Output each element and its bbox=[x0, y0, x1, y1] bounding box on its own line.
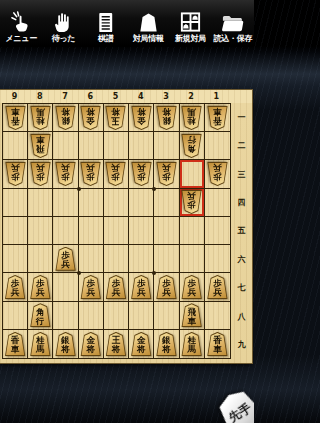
hoshi-dot bbox=[77, 187, 81, 191]
piece-kanji: 金 将 bbox=[131, 332, 152, 356]
piece-kanji: 桂 馬 bbox=[30, 106, 51, 130]
cell-43[interactable]: 歩 兵 bbox=[129, 160, 154, 188]
piece-kanji: 歩 兵 bbox=[105, 275, 126, 299]
toolbar-item-new-game[interactable]: 新規対局 bbox=[169, 0, 211, 46]
piece-kanji: 王 将 bbox=[105, 332, 126, 356]
file-label-5: 5 bbox=[103, 90, 128, 103]
gote-pawn[interactable]: 歩 兵 bbox=[131, 162, 152, 186]
cell-23[interactable] bbox=[180, 160, 205, 188]
rank-label-5: 五 bbox=[231, 217, 252, 245]
toolbar-item-load-save[interactable]: 読込・保存 bbox=[212, 0, 254, 46]
piece-kanji: 歩 兵 bbox=[30, 162, 51, 186]
sente-silver[interactable]: 銀 将 bbox=[156, 332, 177, 356]
gote-pawn[interactable]: 歩 兵 bbox=[105, 162, 126, 186]
hoshi-dot bbox=[152, 187, 156, 191]
sente-pawn[interactable]: 歩 兵 bbox=[131, 275, 152, 299]
rank-label-2: 二 bbox=[231, 131, 252, 159]
file-labels: 987654321 bbox=[2, 90, 229, 103]
file-label-8: 8 bbox=[27, 90, 52, 103]
cell-48[interactable] bbox=[129, 302, 154, 330]
rank-label-4: 四 bbox=[231, 188, 252, 216]
cell-79[interactable]: 銀 将 bbox=[53, 330, 78, 358]
hoshi-dot bbox=[152, 271, 156, 275]
cell-41[interactable]: 金 将 bbox=[129, 104, 154, 132]
cell-61[interactable]: 金 将 bbox=[79, 104, 104, 132]
toolbar-label-kifu: 棋譜 bbox=[98, 34, 113, 44]
piece-kanji: 角 行 bbox=[181, 134, 202, 158]
cell-85[interactable] bbox=[28, 217, 53, 245]
cell-51[interactable]: 玉 将 bbox=[104, 104, 129, 132]
cell-12[interactable] bbox=[205, 132, 230, 160]
cell-97[interactable]: 歩 兵 bbox=[3, 273, 28, 301]
rank-label-9: 九 bbox=[231, 331, 252, 359]
sente-pawn[interactable]: 歩 兵 bbox=[5, 275, 26, 299]
sente-knight[interactable]: 桂 馬 bbox=[30, 332, 51, 356]
cell-19[interactable]: 香 車 bbox=[205, 330, 230, 358]
cell-84[interactable] bbox=[28, 189, 53, 217]
cell-93[interactable]: 歩 兵 bbox=[3, 160, 28, 188]
cell-63[interactable]: 歩 兵 bbox=[79, 160, 104, 188]
toolbar: メニュー 待った 棋譜 対局情報 新規対局 読込・保存 bbox=[0, 0, 254, 47]
piece-kanji: 銀 将 bbox=[156, 106, 177, 130]
cell-94[interactable] bbox=[3, 189, 28, 217]
piece-kanji: 歩 兵 bbox=[207, 275, 228, 299]
cell-68[interactable] bbox=[79, 302, 104, 330]
piece-kanji: 歩 兵 bbox=[131, 162, 152, 186]
sente-pawn[interactable]: 歩 兵 bbox=[30, 275, 51, 299]
sente-gold[interactable]: 金 将 bbox=[80, 332, 101, 356]
cell-32[interactable] bbox=[154, 132, 179, 160]
cell-67[interactable]: 歩 兵 bbox=[79, 273, 104, 301]
toolbar-item-game-info[interactable]: 対局情報 bbox=[127, 0, 169, 46]
gote-king[interactable]: 玉 将 bbox=[105, 106, 126, 130]
cell-22[interactable]: 角 行 bbox=[180, 132, 205, 160]
cell-95[interactable] bbox=[3, 217, 28, 245]
cell-82[interactable]: 飛 車 bbox=[28, 132, 53, 160]
cell-35[interactable] bbox=[154, 217, 179, 245]
rank-label-7: 七 bbox=[231, 274, 252, 302]
shogi-board: 987654321 香 車桂 馬銀 将金 将玉 将金 将銀 将桂 馬香 車飛 車… bbox=[0, 90, 252, 363]
cell-15[interactable] bbox=[205, 217, 230, 245]
piece-kanji: 飛 車 bbox=[181, 303, 202, 327]
cell-18[interactable] bbox=[205, 302, 230, 330]
gote-pawn[interactable]: 歩 兵 bbox=[156, 162, 177, 186]
piece-kanji: 歩 兵 bbox=[55, 247, 76, 271]
cell-49[interactable]: 金 将 bbox=[129, 330, 154, 358]
piece-kanji: 歩 兵 bbox=[30, 275, 51, 299]
toolbar-label-menu: メニュー bbox=[5, 34, 36, 44]
cell-59[interactable]: 王 将 bbox=[104, 330, 129, 358]
cell-88[interactable]: 角 行 bbox=[28, 302, 53, 330]
piece-kanji: 歩 兵 bbox=[80, 162, 101, 186]
cell-57[interactable]: 歩 兵 bbox=[104, 273, 129, 301]
sente-lance[interactable]: 香 車 bbox=[5, 332, 26, 356]
piece-kanji: 歩 兵 bbox=[156, 162, 177, 186]
gote-gold[interactable]: 金 将 bbox=[131, 106, 152, 130]
cell-65[interactable] bbox=[79, 217, 104, 245]
sente-bishop[interactable]: 角 行 bbox=[30, 303, 51, 327]
toolbar-label-undo: 待った bbox=[52, 34, 75, 44]
sente-pawn[interactable]: 歩 兵 bbox=[80, 275, 101, 299]
cell-83[interactable]: 歩 兵 bbox=[28, 160, 53, 188]
piece-kanji: 歩 兵 bbox=[105, 162, 126, 186]
gote-gold[interactable]: 金 将 bbox=[80, 106, 101, 130]
cell-72[interactable] bbox=[53, 132, 78, 160]
piece-kanji: 香 車 bbox=[5, 332, 26, 356]
gote-pawn[interactable]: 歩 兵 bbox=[207, 162, 228, 186]
piece-kanji: 玉 将 bbox=[105, 106, 126, 130]
gote-lance[interactable]: 香 車 bbox=[207, 106, 228, 130]
sente-gold[interactable]: 金 将 bbox=[131, 332, 152, 356]
sente-rook[interactable]: 飛 車 bbox=[181, 303, 202, 327]
file-label-4: 4 bbox=[128, 90, 153, 103]
cell-99[interactable]: 香 車 bbox=[3, 330, 28, 358]
raised-hand-icon bbox=[52, 11, 75, 34]
cell-66[interactable] bbox=[79, 245, 104, 273]
cell-52[interactable] bbox=[104, 132, 129, 160]
piece-kanji: 桂 馬 bbox=[181, 332, 202, 356]
cell-54[interactable] bbox=[104, 189, 129, 217]
piece-kanji: 桂 馬 bbox=[30, 332, 51, 356]
cell-42[interactable] bbox=[129, 132, 154, 160]
piece-kanji: 飛 車 bbox=[30, 134, 51, 158]
gote-pawn[interactable]: 歩 兵 bbox=[5, 162, 26, 186]
toolbar-label-game-info: 対局情報 bbox=[133, 34, 164, 44]
sente-silver[interactable]: 銀 将 bbox=[55, 332, 76, 356]
rank-label-3: 三 bbox=[231, 160, 252, 188]
cell-91[interactable]: 香 車 bbox=[3, 104, 28, 132]
piece-kanji: 金 将 bbox=[80, 106, 101, 130]
piece-kanji: 歩 兵 bbox=[181, 190, 202, 214]
cell-69[interactable]: 金 将 bbox=[79, 330, 104, 358]
piece-kanji: 桂 馬 bbox=[181, 106, 202, 130]
piece-kanji: 歩 兵 bbox=[55, 162, 76, 186]
cell-38[interactable] bbox=[154, 302, 179, 330]
sente-pawn[interactable]: 歩 兵 bbox=[181, 275, 202, 299]
gote-silver[interactable]: 銀 将 bbox=[156, 106, 177, 130]
file-label-9: 9 bbox=[2, 90, 27, 103]
gote-pawn[interactable]: 歩 兵 bbox=[55, 162, 76, 186]
file-label-3: 3 bbox=[153, 90, 178, 103]
piece-kanji: 歩 兵 bbox=[5, 162, 26, 186]
rank-label-6: 六 bbox=[231, 245, 252, 273]
gote-silver[interactable]: 銀 将 bbox=[55, 106, 76, 130]
file-label-7: 7 bbox=[52, 90, 77, 103]
hoshi-dot bbox=[77, 271, 81, 275]
cell-77[interactable] bbox=[53, 273, 78, 301]
toolbar-label-new-game: 新規対局 bbox=[175, 34, 206, 44]
gote-rook[interactable]: 飛 車 bbox=[30, 134, 51, 158]
cell-46[interactable] bbox=[129, 245, 154, 273]
sente-king[interactable]: 王 将 bbox=[105, 332, 126, 356]
gote-knight[interactable]: 桂 馬 bbox=[181, 106, 202, 130]
piece-kanji: 歩 兵 bbox=[156, 275, 177, 299]
cell-62[interactable] bbox=[79, 132, 104, 160]
sente-pawn[interactable]: 歩 兵 bbox=[55, 247, 76, 271]
cell-45[interactable] bbox=[129, 217, 154, 245]
cell-56[interactable] bbox=[104, 245, 129, 273]
cell-14[interactable] bbox=[205, 189, 230, 217]
cell-76[interactable]: 歩 兵 bbox=[53, 245, 78, 273]
cell-29[interactable]: 桂 馬 bbox=[180, 330, 205, 358]
piece-kanji: 歩 兵 bbox=[207, 162, 228, 186]
toolbar-item-kifu[interactable]: 棋譜 bbox=[85, 0, 127, 46]
folder-icon bbox=[221, 11, 244, 34]
cell-33[interactable]: 歩 兵 bbox=[154, 160, 179, 188]
toolbar-label-load-save: 読込・保存 bbox=[214, 34, 253, 44]
cell-17[interactable]: 歩 兵 bbox=[205, 273, 230, 301]
cell-53[interactable]: 歩 兵 bbox=[104, 160, 129, 188]
piece-kanji: 歩 兵 bbox=[131, 275, 152, 299]
turn-indicator-badge: 先手 bbox=[211, 384, 254, 423]
piece-kanji: 香 車 bbox=[5, 106, 26, 130]
cell-58[interactable] bbox=[104, 302, 129, 330]
file-label-1: 1 bbox=[204, 90, 229, 103]
cell-89[interactable]: 桂 馬 bbox=[28, 330, 53, 358]
new-game-grid-icon bbox=[179, 11, 202, 34]
cell-31[interactable]: 銀 将 bbox=[154, 104, 179, 132]
piece-kanji: 金 将 bbox=[80, 332, 101, 356]
piece-kanji: 香 車 bbox=[207, 332, 228, 356]
sente-pawn[interactable]: 歩 兵 bbox=[105, 275, 126, 299]
cell-74[interactable] bbox=[53, 189, 78, 217]
cell-26[interactable] bbox=[180, 245, 205, 273]
cell-55[interactable] bbox=[104, 217, 129, 245]
piece-kanji: 銀 将 bbox=[55, 106, 76, 130]
cell-81[interactable]: 桂 馬 bbox=[28, 104, 53, 132]
sente-pawn[interactable]: 歩 兵 bbox=[156, 275, 177, 299]
cell-37[interactable]: 歩 兵 bbox=[154, 273, 179, 301]
gote-bishop[interactable]: 角 行 bbox=[181, 134, 202, 158]
cell-34[interactable] bbox=[154, 189, 179, 217]
gote-pawn[interactable]: 歩 兵 bbox=[80, 162, 101, 186]
kifu-document-icon bbox=[94, 11, 117, 34]
rank-label-1: 一 bbox=[231, 103, 252, 131]
cell-98[interactable] bbox=[3, 302, 28, 330]
sente-pawn[interactable]: 歩 兵 bbox=[207, 275, 228, 299]
gote-lance[interactable]: 香 車 bbox=[5, 106, 26, 130]
gote-knight[interactable]: 桂 馬 bbox=[30, 106, 51, 130]
cell-28[interactable]: 飛 車 bbox=[180, 302, 205, 330]
piece-kanji: 銀 将 bbox=[156, 332, 177, 356]
piece-kanji: 歩 兵 bbox=[5, 275, 26, 299]
cell-21[interactable]: 桂 馬 bbox=[180, 104, 205, 132]
piece-kanji: 銀 将 bbox=[55, 332, 76, 356]
piece-kanji: 金 将 bbox=[131, 106, 152, 130]
cell-24[interactable]: 歩 兵 bbox=[180, 189, 205, 217]
gote-pawn[interactable]: 歩 兵 bbox=[181, 190, 202, 214]
piece-kanji: 歩 兵 bbox=[181, 275, 202, 299]
cell-96[interactable] bbox=[3, 245, 28, 273]
cell-64[interactable] bbox=[79, 189, 104, 217]
sente-lance[interactable]: 香 車 bbox=[207, 332, 228, 356]
tap-hand-icon bbox=[10, 11, 33, 34]
piece-kanji: 香 車 bbox=[207, 106, 228, 130]
cell-78[interactable] bbox=[53, 302, 78, 330]
file-label-2: 2 bbox=[179, 90, 204, 103]
board-grid: 香 車桂 馬銀 将金 将玉 将金 将銀 将桂 馬香 車飛 車角 行歩 兵歩 兵歩… bbox=[2, 103, 231, 359]
cell-39[interactable]: 銀 将 bbox=[154, 330, 179, 358]
cell-71[interactable]: 銀 将 bbox=[53, 104, 78, 132]
cell-25[interactable] bbox=[180, 217, 205, 245]
gote-pawn[interactable]: 歩 兵 bbox=[30, 162, 51, 186]
cell-11[interactable]: 香 車 bbox=[205, 104, 230, 132]
cell-73[interactable]: 歩 兵 bbox=[53, 160, 78, 188]
toolbar-item-undo[interactable]: 待った bbox=[42, 0, 84, 46]
cell-75[interactable] bbox=[53, 217, 78, 245]
cell-47[interactable]: 歩 兵 bbox=[129, 273, 154, 301]
cell-92[interactable] bbox=[3, 132, 28, 160]
cell-36[interactable] bbox=[154, 245, 179, 273]
piece-kanji: 角 行 bbox=[30, 303, 51, 327]
piece-kanji: 歩 兵 bbox=[80, 275, 101, 299]
cell-44[interactable] bbox=[129, 189, 154, 217]
cell-16[interactable] bbox=[205, 245, 230, 273]
toolbar-item-menu[interactable]: メニュー bbox=[0, 0, 42, 46]
cell-87[interactable]: 歩 兵 bbox=[28, 273, 53, 301]
rank-label-8: 八 bbox=[231, 302, 252, 330]
cell-27[interactable]: 歩 兵 bbox=[180, 273, 205, 301]
file-label-6: 6 bbox=[78, 90, 103, 103]
shogi-piece-icon bbox=[137, 11, 160, 34]
sente-knight[interactable]: 桂 馬 bbox=[181, 332, 202, 356]
turn-badge-label: 先手 bbox=[211, 384, 254, 423]
cell-13[interactable]: 歩 兵 bbox=[205, 160, 230, 188]
cell-86[interactable] bbox=[28, 245, 53, 273]
rank-labels: 一二三四五六七八九 bbox=[231, 103, 252, 359]
